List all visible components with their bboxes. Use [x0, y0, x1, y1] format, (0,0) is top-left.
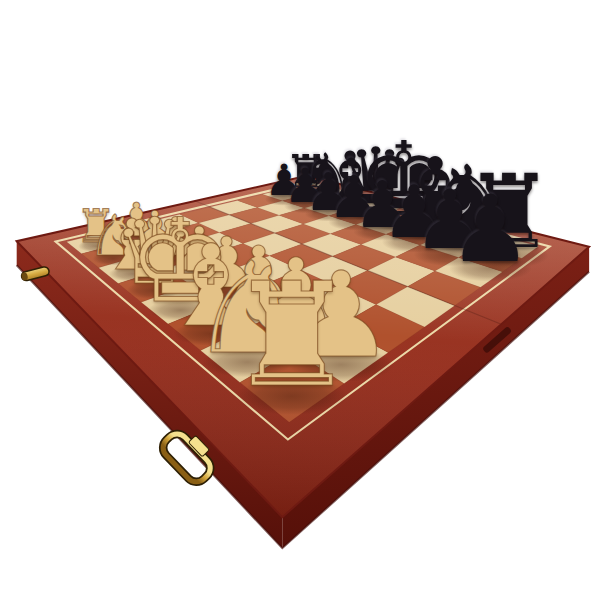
chess-set-product-photo: ♜♟♞♟♝♟♛♟♚♟♝♟♟♞♜♟♟♜♞♟♟♝♟♛♟♚♟♝♟♞♟♜ [0, 0, 600, 600]
chess-board [0, 0, 600, 600]
